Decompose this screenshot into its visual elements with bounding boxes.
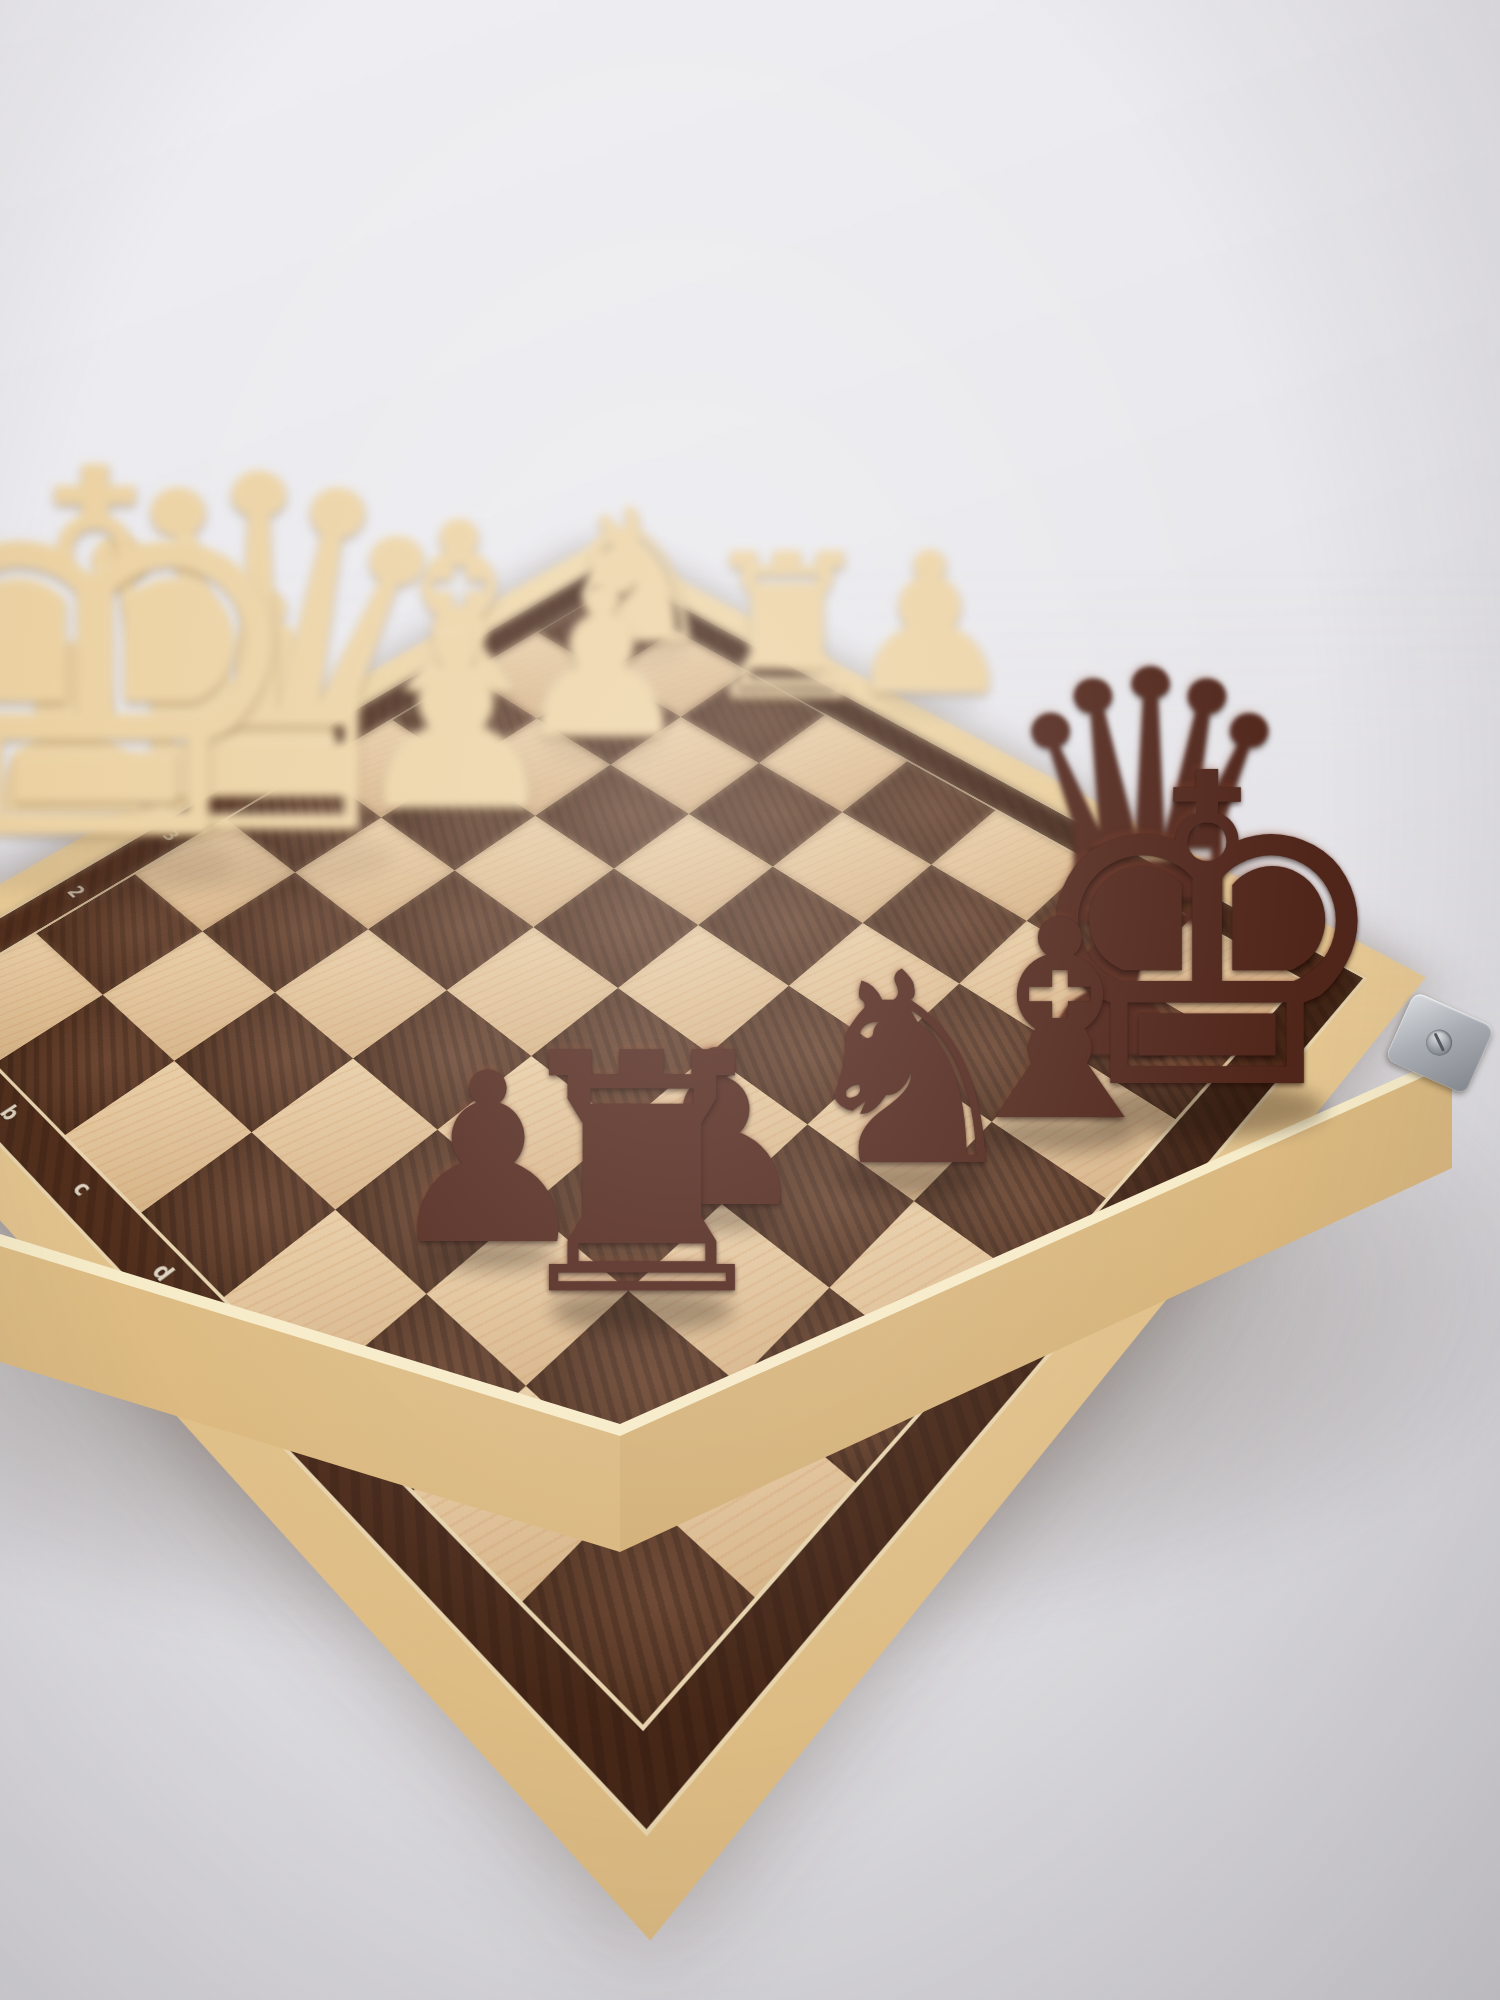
light-rook-e6[interactable]: ♜ <box>697 528 876 728</box>
pieces-layer: ♞♟♝♜♟♟♟♟♛♚♛♟♚♝♞♟♟♜ <box>0 0 1500 2000</box>
hinge-screw-icon <box>1422 1025 1456 1059</box>
light-king-a5[interactable]: ♚ <box>0 407 321 912</box>
dark-knight-c1[interactable]: ♞ <box>791 938 1029 1203</box>
dark-rook-a1[interactable]: ♜ <box>494 1011 790 1341</box>
